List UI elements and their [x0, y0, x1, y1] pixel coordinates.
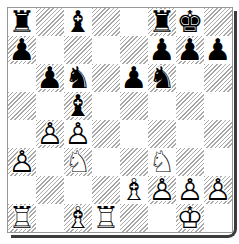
- square-a3[interactable]: ♟♙: [8, 148, 36, 176]
- square-b4[interactable]: ♟♙: [36, 120, 64, 148]
- square-e6[interactable]: ♟♟: [120, 64, 148, 92]
- square-a6[interactable]: [8, 64, 36, 92]
- square-b1[interactable]: [36, 204, 64, 232]
- square-f2[interactable]: ♟♙: [148, 176, 176, 204]
- piece-glyph: ♙: [148, 176, 176, 204]
- square-e2[interactable]: ♝♗: [120, 176, 148, 204]
- white-pawn-piece: ♟♙: [36, 120, 64, 148]
- square-a7[interactable]: ♟♟: [8, 36, 36, 64]
- white-king-piece: ♚♔: [176, 204, 204, 232]
- piece-glyph: ♞: [148, 64, 176, 92]
- white-rook-piece: ♜♖: [8, 204, 36, 232]
- square-c3[interactable]: ♞♘: [64, 148, 92, 176]
- square-h7[interactable]: ♟♟: [204, 36, 232, 64]
- piece-glyph: ♝: [64, 8, 92, 36]
- piece-glyph: ♟: [176, 36, 204, 64]
- square-d5[interactable]: [92, 92, 120, 120]
- square-a1[interactable]: ♜♖: [8, 204, 36, 232]
- piece-glyph: ♖: [8, 204, 36, 232]
- square-a5[interactable]: [8, 92, 36, 120]
- piece-glyph: ♟: [120, 64, 148, 92]
- square-g1[interactable]: ♚♔: [176, 204, 204, 232]
- square-g7[interactable]: ♟♟: [176, 36, 204, 64]
- square-h5[interactable]: [204, 92, 232, 120]
- white-pawn-piece: ♟♙: [204, 176, 232, 204]
- square-b3[interactable]: [36, 148, 64, 176]
- square-f1[interactable]: [148, 204, 176, 232]
- square-e4[interactable]: [120, 120, 148, 148]
- white-knight-piece: ♞♘: [64, 148, 92, 176]
- square-e5[interactable]: [120, 92, 148, 120]
- piece-glyph: ♙: [8, 148, 36, 176]
- square-e8[interactable]: [120, 8, 148, 36]
- square-d3[interactable]: [92, 148, 120, 176]
- white-bishop-piece: ♝♗: [64, 204, 92, 232]
- black-pawn-piece: ♟♟: [204, 36, 232, 64]
- square-c8[interactable]: ♝♝: [64, 8, 92, 36]
- square-f5[interactable]: [148, 92, 176, 120]
- square-g6[interactable]: [176, 64, 204, 92]
- black-bishop-piece: ♝♝: [64, 8, 92, 36]
- piece-glyph: ♙: [204, 176, 232, 204]
- black-knight-piece: ♞♞: [148, 64, 176, 92]
- white-bishop-piece: ♝♗: [120, 176, 148, 204]
- square-h4[interactable]: [204, 120, 232, 148]
- black-pawn-piece: ♟♟: [36, 64, 64, 92]
- square-d8[interactable]: [92, 8, 120, 36]
- piece-glyph: ♔: [176, 204, 204, 232]
- white-pawn-piece: ♟♙: [148, 176, 176, 204]
- piece-glyph: ♘: [64, 148, 92, 176]
- square-f6[interactable]: ♞♞: [148, 64, 176, 92]
- piece-glyph: ♖: [92, 204, 120, 232]
- square-e1[interactable]: [120, 204, 148, 232]
- piece-glyph: ♟: [8, 36, 36, 64]
- square-d4[interactable]: [92, 120, 120, 148]
- square-g4[interactable]: [176, 120, 204, 148]
- piece-glyph: ♙: [36, 120, 64, 148]
- white-pawn-piece: ♟♙: [8, 148, 36, 176]
- black-pawn-piece: ♟♟: [120, 64, 148, 92]
- square-g5[interactable]: [176, 92, 204, 120]
- square-c1[interactable]: ♝♗: [64, 204, 92, 232]
- white-rook-piece: ♜♖: [92, 204, 120, 232]
- piece-glyph: ♗: [64, 204, 92, 232]
- square-h6[interactable]: [204, 64, 232, 92]
- square-d7[interactable]: [92, 36, 120, 64]
- chess-diagram-page: ♜♜♝♝♜♜♚♚♟♟♟♟♟♟♟♟♟♟♞♞♟♟♞♞♝♝♟♙♟♙♟♙♞♘♞♘♝♗♟♙…: [0, 0, 239, 244]
- black-pawn-piece: ♟♟: [8, 36, 36, 64]
- square-h1[interactable]: [204, 204, 232, 232]
- square-h2[interactable]: ♟♙: [204, 176, 232, 204]
- square-b2[interactable]: [36, 176, 64, 204]
- square-b8[interactable]: [36, 8, 64, 36]
- black-pawn-piece: ♟♟: [176, 36, 204, 64]
- chess-board: ♜♜♝♝♜♜♚♚♟♟♟♟♟♟♟♟♟♟♞♞♟♟♞♞♝♝♟♙♟♙♟♙♞♘♞♘♝♗♟♙…: [7, 7, 233, 233]
- square-d6[interactable]: [92, 64, 120, 92]
- square-d1[interactable]: ♜♖: [92, 204, 120, 232]
- piece-glyph: ♟: [36, 64, 64, 92]
- piece-glyph: ♗: [120, 176, 148, 204]
- piece-glyph: ♟: [204, 36, 232, 64]
- square-b6[interactable]: ♟♟: [36, 64, 64, 92]
